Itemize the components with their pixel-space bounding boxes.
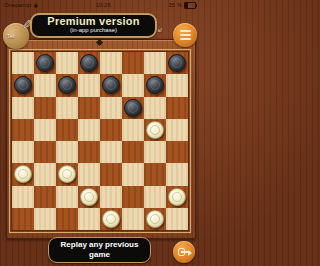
board <box>11 51 189 231</box>
square-a8[interactable] <box>12 52 34 74</box>
premium-banner-title: Premium version <box>32 15 155 27</box>
square-h8[interactable] <box>166 52 188 74</box>
square-c5[interactable] <box>56 119 78 141</box>
square-d5[interactable] <box>78 119 100 141</box>
black-piece-g7[interactable] <box>146 76 164 94</box>
square-a5[interactable] <box>12 119 34 141</box>
black-piece-f6[interactable] <box>124 99 142 117</box>
square-b1[interactable] <box>34 208 56 230</box>
replay-banner-label: Replay any previous game <box>49 240 150 260</box>
square-f6[interactable] <box>122 97 144 119</box>
edit-name-label: Tel: <box>7 33 16 39</box>
square-b3[interactable] <box>34 163 56 185</box>
square-h4[interactable] <box>166 141 188 163</box>
square-d2[interactable] <box>78 186 100 208</box>
square-d3[interactable] <box>78 163 100 185</box>
square-h3[interactable] <box>166 163 188 185</box>
square-a3[interactable] <box>12 163 34 185</box>
carrier-label: Оператор <box>4 2 31 8</box>
black-piece-d8[interactable] <box>80 54 98 72</box>
square-e7[interactable] <box>100 74 122 96</box>
status-bar: Оператор ✱ 10:26 35 % <box>0 0 200 10</box>
menu-button[interactable] <box>173 23 197 47</box>
square-b5[interactable] <box>34 119 56 141</box>
square-h5[interactable] <box>166 119 188 141</box>
square-d8[interactable] <box>78 52 100 74</box>
square-d7[interactable] <box>78 74 100 96</box>
square-c7[interactable] <box>56 74 78 96</box>
premium-banner[interactable]: Premium version (in-app purchase) <box>30 13 157 38</box>
clock-label: 10:26 <box>96 2 111 8</box>
square-h2[interactable] <box>166 186 188 208</box>
hamburger-icon <box>180 30 191 32</box>
white-piece-h2[interactable] <box>168 188 186 206</box>
square-f7[interactable] <box>122 74 144 96</box>
export-arrow-icon <box>178 247 191 257</box>
square-g4[interactable] <box>144 141 166 163</box>
square-g7[interactable] <box>144 74 166 96</box>
edit-name-button[interactable]: Tel: ✎ <box>3 23 29 49</box>
battery-percent-label: 35 % <box>168 2 182 8</box>
square-b2[interactable] <box>34 186 56 208</box>
white-piece-g5[interactable] <box>146 121 164 139</box>
square-c1[interactable] <box>56 208 78 230</box>
white-piece-c3[interactable] <box>58 165 76 183</box>
square-d4[interactable] <box>78 141 100 163</box>
square-g6[interactable] <box>144 97 166 119</box>
white-piece-g1[interactable] <box>146 210 164 228</box>
square-b8[interactable] <box>34 52 56 74</box>
square-f3[interactable] <box>122 163 144 185</box>
premium-banner-subtitle: (in-app purchase) <box>32 27 155 33</box>
square-e1[interactable] <box>100 208 122 230</box>
square-a6[interactable] <box>12 97 34 119</box>
black-piece-a7[interactable] <box>14 76 32 94</box>
replay-banner[interactable]: Replay any previous game <box>48 237 151 263</box>
square-h6[interactable] <box>166 97 188 119</box>
square-h7[interactable] <box>166 74 188 96</box>
square-d1[interactable] <box>78 208 100 230</box>
black-piece-h8[interactable] <box>168 54 186 72</box>
square-c6[interactable] <box>56 97 78 119</box>
black-piece-c7[interactable] <box>58 76 76 94</box>
square-f8[interactable] <box>122 52 144 74</box>
square-f5[interactable] <box>122 119 144 141</box>
square-c4[interactable] <box>56 141 78 163</box>
side-note-label: ь! <box>158 27 162 33</box>
black-piece-b8[interactable] <box>36 54 54 72</box>
square-g1[interactable] <box>144 208 166 230</box>
square-a1[interactable] <box>12 208 34 230</box>
square-f2[interactable] <box>122 186 144 208</box>
square-e6[interactable] <box>100 97 122 119</box>
square-f1[interactable] <box>122 208 144 230</box>
square-f4[interactable] <box>122 141 144 163</box>
square-g8[interactable] <box>144 52 166 74</box>
square-a7[interactable] <box>12 74 34 96</box>
square-e5[interactable] <box>100 119 122 141</box>
black-piece-e7[interactable] <box>102 76 120 94</box>
square-a4[interactable] <box>12 141 34 163</box>
battery-icon <box>184 2 196 9</box>
white-piece-a3[interactable] <box>14 165 32 183</box>
square-b7[interactable] <box>34 74 56 96</box>
square-c2[interactable] <box>56 186 78 208</box>
square-a2[interactable] <box>12 186 34 208</box>
square-c3[interactable] <box>56 163 78 185</box>
square-b6[interactable] <box>34 97 56 119</box>
square-e4[interactable] <box>100 141 122 163</box>
square-g2[interactable] <box>144 186 166 208</box>
white-piece-e1[interactable] <box>102 210 120 228</box>
square-e8[interactable] <box>100 52 122 74</box>
square-h1[interactable] <box>166 208 188 230</box>
square-g3[interactable] <box>144 163 166 185</box>
square-g5[interactable] <box>144 119 166 141</box>
square-e2[interactable] <box>100 186 122 208</box>
pencil-icon: ✎ <box>22 17 33 32</box>
square-d6[interactable] <box>78 97 100 119</box>
square-e3[interactable] <box>100 163 122 185</box>
square-c8[interactable] <box>56 52 78 74</box>
square-b4[interactable] <box>34 141 56 163</box>
replay-button[interactable] <box>173 241 195 263</box>
white-piece-d2[interactable] <box>80 188 98 206</box>
signal-icon: ✱ <box>33 2 38 9</box>
